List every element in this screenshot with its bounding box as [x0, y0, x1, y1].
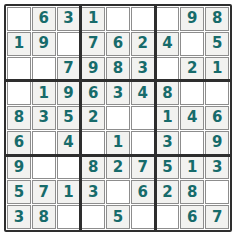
cell-r8c2[interactable]: 7 — [32, 180, 56, 204]
cell-r8c6[interactable]: 6 — [131, 180, 155, 204]
cell-r8c7[interactable]: 2 — [156, 180, 180, 204]
cell-r6c9[interactable]: 9 — [205, 131, 229, 155]
cell-r6c6[interactable] — [131, 131, 155, 155]
cell-r3c8[interactable]: 2 — [180, 57, 204, 81]
cell-r5c6[interactable] — [131, 106, 155, 130]
cell-r5c2[interactable]: 3 — [32, 106, 56, 130]
cell-r7c9[interactable]: 3 — [205, 156, 229, 180]
cell-r4c7[interactable]: 8 — [156, 81, 180, 105]
cell-r4c6[interactable]: 4 — [131, 81, 155, 105]
cell-r2c7[interactable]: 4 — [156, 32, 180, 56]
cell-r9c4[interactable] — [81, 205, 105, 229]
cell-r9c6[interactable] — [131, 205, 155, 229]
cell-r5c8[interactable]: 4 — [180, 106, 204, 130]
cell-r7c1[interactable]: 9 — [7, 156, 31, 180]
cell-r8c4[interactable]: 3 — [81, 180, 105, 204]
cell-r4c2[interactable]: 1 — [32, 81, 56, 105]
cell-r5c7[interactable]: 1 — [156, 106, 180, 130]
cell-r2c9[interactable]: 5 — [205, 32, 229, 56]
cell-r7c4[interactable]: 8 — [81, 156, 105, 180]
cell-r3c4[interactable]: 9 — [81, 57, 105, 81]
cell-r6c5[interactable]: 1 — [106, 131, 130, 155]
cell-r1c1[interactable] — [7, 7, 31, 31]
cell-r2c5[interactable]: 6 — [106, 32, 130, 56]
cell-r5c4[interactable]: 2 — [81, 106, 105, 130]
cell-r9c2[interactable]: 8 — [32, 205, 56, 229]
cell-r6c3[interactable]: 4 — [57, 131, 81, 155]
cell-r1c4[interactable]: 1 — [81, 7, 105, 31]
cell-r1c9[interactable]: 8 — [205, 7, 229, 31]
cell-r1c3[interactable]: 3 — [57, 7, 81, 31]
cell-r8c9[interactable] — [205, 180, 229, 204]
cell-r3c6[interactable]: 3 — [131, 57, 155, 81]
cell-r2c4[interactable]: 7 — [81, 32, 105, 56]
cell-r3c7[interactable] — [156, 57, 180, 81]
cell-r8c8[interactable]: 8 — [180, 180, 204, 204]
cell-r3c5[interactable]: 8 — [106, 57, 130, 81]
cell-r6c2[interactable] — [32, 131, 56, 155]
cell-r2c6[interactable]: 2 — [131, 32, 155, 56]
cell-r3c3[interactable]: 7 — [57, 57, 81, 81]
cell-r8c5[interactable] — [106, 180, 130, 204]
cell-r6c4[interactable] — [81, 131, 105, 155]
cell-r7c7[interactable]: 5 — [156, 156, 180, 180]
cell-r8c3[interactable]: 1 — [57, 180, 81, 204]
cell-r2c3[interactable] — [57, 32, 81, 56]
cell-r7c3[interactable] — [57, 156, 81, 180]
cell-r1c6[interactable] — [131, 7, 155, 31]
cell-r9c7[interactable] — [156, 205, 180, 229]
cell-r6c8[interactable] — [180, 131, 204, 155]
cell-r5c5[interactable] — [106, 106, 130, 130]
cell-r6c1[interactable]: 6 — [7, 131, 31, 155]
cell-r7c2[interactable] — [32, 156, 56, 180]
cell-r5c1[interactable]: 8 — [7, 106, 31, 130]
cell-r5c3[interactable]: 5 — [57, 106, 81, 130]
cell-r9c1[interactable]: 3 — [7, 205, 31, 229]
cell-r9c3[interactable] — [57, 205, 81, 229]
cell-r4c9[interactable] — [205, 81, 229, 105]
cell-r3c9[interactable]: 1 — [205, 57, 229, 81]
cell-r4c8[interactable] — [180, 81, 204, 105]
cell-r2c1[interactable]: 1 — [7, 32, 31, 56]
cell-r2c2[interactable]: 9 — [32, 32, 56, 56]
cell-r4c4[interactable]: 6 — [81, 81, 105, 105]
cell-r7c6[interactable]: 7 — [131, 156, 155, 180]
cell-r7c8[interactable]: 1 — [180, 156, 204, 180]
cell-r9c5[interactable]: 5 — [106, 205, 130, 229]
cell-r8c1[interactable]: 5 — [7, 180, 31, 204]
sudoku-grid: 6319819762457983211963488352146641399827… — [6, 6, 230, 230]
cell-r4c3[interactable]: 9 — [57, 81, 81, 105]
cell-r2c8[interactable] — [180, 32, 204, 56]
cell-r9c9[interactable]: 7 — [205, 205, 229, 229]
cell-r9c8[interactable]: 6 — [180, 205, 204, 229]
cell-r1c7[interactable] — [156, 7, 180, 31]
cell-r4c1[interactable] — [7, 81, 31, 105]
cell-r6c7[interactable]: 3 — [156, 131, 180, 155]
cell-r1c2[interactable]: 6 — [32, 7, 56, 31]
cell-r1c8[interactable]: 9 — [180, 7, 204, 31]
cell-r5c9[interactable]: 6 — [205, 106, 229, 130]
sudoku-board: 6319819762457983211963488352146641399827… — [4, 4, 232, 232]
cell-r4c5[interactable]: 3 — [106, 81, 130, 105]
cell-r7c5[interactable]: 2 — [106, 156, 130, 180]
cell-r3c1[interactable] — [7, 57, 31, 81]
cell-r3c2[interactable] — [32, 57, 56, 81]
cell-r1c5[interactable] — [106, 7, 130, 31]
